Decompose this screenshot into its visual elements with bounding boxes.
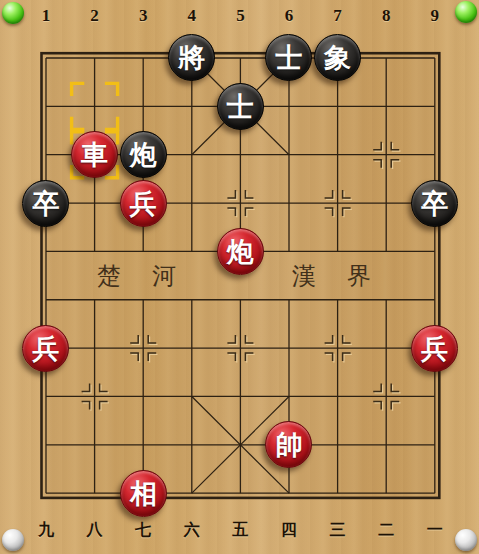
- piece-glyph: 車: [81, 141, 108, 168]
- piece-glyph: 卒: [32, 190, 59, 217]
- piece-black-soldier[interactable]: 卒: [22, 180, 69, 227]
- piece-red-general[interactable]: 帥: [265, 421, 312, 468]
- piece-red-soldier[interactable]: 兵: [120, 180, 167, 227]
- piece-glyph: 象: [324, 44, 351, 71]
- piece-black-cannon[interactable]: 炮: [120, 131, 167, 178]
- piece-glyph: 炮: [130, 141, 157, 168]
- piece-glyph: 士: [275, 44, 302, 71]
- piece-red-cannon[interactable]: 炮: [217, 228, 264, 275]
- piece-glyph: 將: [178, 44, 205, 71]
- piece-glyph: 炮: [227, 238, 254, 265]
- piece-glyph: 士: [227, 93, 254, 120]
- piece-black-soldier[interactable]: 卒: [411, 180, 458, 227]
- piece-black-elephant[interactable]: 象: [314, 34, 361, 81]
- piece-black-advisor[interactable]: 士: [265, 34, 312, 81]
- xiangqi-app: 123456789 九八七六五四三二一 楚河 漢界 將士象士車炮卒兵卒炮兵兵帥相: [0, 0, 479, 554]
- piece-red-elephant[interactable]: 相: [120, 470, 167, 517]
- piece-red-soldier[interactable]: 兵: [22, 325, 69, 372]
- piece-red-soldier[interactable]: 兵: [411, 325, 458, 372]
- piece-glyph: 相: [130, 480, 157, 507]
- piece-glyph: 帥: [275, 431, 302, 458]
- piece-glyph: 兵: [421, 335, 448, 362]
- piece-black-general[interactable]: 將: [168, 34, 215, 81]
- piece-glyph: 兵: [130, 190, 157, 217]
- piece-red-chariot[interactable]: 車: [71, 131, 118, 178]
- piece-grid: 將士象士車炮卒兵卒炮兵兵帥相: [22, 34, 459, 517]
- piece-glyph: 卒: [421, 190, 448, 217]
- piece-glyph: 兵: [32, 335, 59, 362]
- piece-black-advisor[interactable]: 士: [217, 83, 264, 130]
